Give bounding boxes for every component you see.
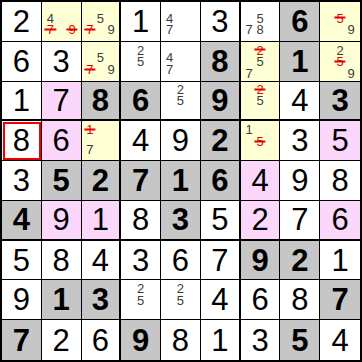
cell-r7c8[interactable]: 2 [280, 241, 320, 281]
candidate-eliminated: 9 [68, 23, 75, 36]
cell-r1c3[interactable]: 579 [82, 2, 122, 42]
solved-digit: 1 [92, 204, 109, 235]
cell-r5c6[interactable]: 6 [201, 161, 241, 201]
candidate: 7 [86, 143, 93, 156]
solved-digit: 8 [132, 204, 149, 235]
solved-digit: 6 [13, 46, 30, 77]
given-digit: 3 [331, 85, 348, 116]
given-digit: 6 [211, 165, 228, 196]
cell-r6c3[interactable]: 1 [82, 201, 122, 241]
cell-r7c9[interactable]: 1 [320, 241, 360, 281]
given-digit: 9 [211, 85, 228, 116]
cell-r7c2[interactable]: 8 [42, 241, 82, 281]
cell-r6c6[interactable]: 5 [201, 201, 241, 241]
cell-r9c9[interactable]: 4 [320, 320, 360, 360]
solved-digit: 8 [172, 325, 189, 356]
given-digit: 9 [251, 245, 268, 276]
cell-r1c9[interactable]: 59 [320, 2, 360, 42]
cell-r7c3[interactable]: 4 [82, 241, 122, 281]
cell-r2c1[interactable]: 6 [2, 42, 42, 82]
candidate-eliminated: 5 [336, 55, 343, 68]
candidate: 5 [256, 55, 263, 68]
candidate: 8 [256, 23, 263, 36]
cell-r8c8[interactable]: 8 [280, 280, 320, 320]
candidate-eliminated: 7 [86, 23, 93, 36]
cell-r3c8[interactable]: 4 [280, 82, 320, 122]
candidate-eliminated: 5 [256, 134, 263, 147]
cell-r5c9[interactable]: 8 [320, 161, 360, 201]
solved-digit: 7 [53, 85, 70, 116]
candidate-eliminated: 5 [336, 11, 343, 24]
given-digit: 7 [331, 284, 348, 315]
cell-r2c6[interactable]: 8 [201, 42, 241, 82]
cell-r8c1[interactable]: 9 [2, 280, 42, 320]
cell-r6c1[interactable]: 4 [2, 201, 42, 241]
cell-r1c6[interactable]: 3 [201, 2, 241, 42]
candidate-eliminated: 7 [47, 23, 54, 36]
cell-r9c5[interactable]: 8 [161, 320, 201, 360]
given-digit: 5 [291, 325, 308, 356]
cell-r1c1[interactable]: 2 [2, 2, 42, 42]
given-digit: 1 [291, 46, 308, 77]
solved-digit: 3 [13, 165, 30, 196]
cell-r3c3[interactable]: 8 [82, 82, 122, 122]
solved-digit: 4 [132, 125, 149, 156]
solved-digit: 6 [92, 325, 109, 356]
given-digit: 9 [132, 325, 149, 356]
cell-r8c9[interactable]: 7 [320, 280, 360, 320]
given-digit: 8 [211, 46, 228, 77]
sudoku-board: 2479579147357865963579254782571259178625… [0, 0, 362, 362]
cell-r5c4[interactable]: 7 [121, 161, 161, 201]
cell-r6c5[interactable]: 3 [161, 201, 201, 241]
cell-r1c4[interactable]: 1 [121, 2, 161, 42]
cell-r7c7[interactable]: 9 [241, 241, 281, 281]
candidate: 5 [256, 94, 263, 107]
candidate: 1 [246, 123, 253, 136]
cell-r5c3[interactable]: 2 [82, 161, 122, 201]
solved-digit: 1 [331, 245, 348, 276]
solved-digit: 4 [251, 165, 268, 196]
cell-r7c1[interactable]: 5 [2, 241, 42, 281]
solved-digit: 5 [331, 125, 348, 156]
cell-r4c2[interactable]: 6 [42, 121, 82, 161]
solved-digit: 9 [291, 165, 308, 196]
solved-digit: 2 [13, 6, 30, 37]
given-digit: 7 [132, 165, 149, 196]
cell-r2c8[interactable]: 1 [280, 42, 320, 82]
solved-digit: 1 [211, 325, 228, 356]
solved-digit: 8 [331, 165, 348, 196]
given-digit: 2 [211, 125, 228, 156]
solved-digit: 6 [251, 284, 268, 315]
solved-digit: 9 [172, 125, 189, 156]
solved-digit: 8 [53, 245, 70, 276]
cell-r5c2[interactable]: 5 [42, 161, 82, 201]
cell-r4c6[interactable]: 2 [201, 121, 241, 161]
candidate: 5 [137, 55, 144, 68]
solved-digit: 6 [331, 204, 348, 235]
cell-r8c3[interactable]: 3 [82, 280, 122, 320]
cell-r3c7[interactable]: 25 [241, 82, 281, 122]
cell-r5c1[interactable]: 3 [2, 161, 42, 201]
candidate: 7 [246, 23, 253, 36]
candidate: 9 [107, 23, 114, 36]
cell-r9c2[interactable]: 2 [42, 320, 82, 360]
given-digit: 5 [53, 165, 70, 196]
cell-r8c2[interactable]: 1 [42, 280, 82, 320]
cell-r2c2[interactable]: 3 [42, 42, 82, 82]
cell-r3c1[interactable]: 1 [2, 82, 42, 122]
solved-digit: 2 [53, 325, 70, 356]
cell-r7c6[interactable]: 7 [201, 241, 241, 281]
cell-r4c8[interactable]: 3 [280, 121, 320, 161]
candidate: 7 [166, 62, 173, 75]
solved-digit: 5 [211, 204, 228, 235]
solved-digit: 3 [211, 6, 228, 37]
given-digit: 1 [172, 165, 189, 196]
cell-r5c7[interactable]: 4 [241, 161, 281, 201]
cell-r8c6[interactable]: 4 [201, 280, 241, 320]
solved-digit: 7 [291, 204, 308, 235]
cell-r3c5[interactable]: 25 [161, 82, 201, 122]
solved-digit: 4 [291, 85, 308, 116]
candidate: 7 [246, 66, 253, 79]
cell-r2c7[interactable]: 257 [241, 42, 281, 82]
cell-r2c9[interactable]: 259 [320, 42, 360, 82]
cell-r2c3[interactable]: 579 [82, 42, 122, 82]
solved-digit: 1 [13, 85, 30, 116]
candidate: 5 [97, 11, 104, 24]
cell-r4c7[interactable]: 15 [241, 121, 281, 161]
candidate: 5 [97, 51, 104, 64]
given-digit: 7 [13, 325, 30, 356]
solved-digit: 1 [132, 6, 149, 37]
cell-r8c4[interactable]: 25 [121, 280, 161, 320]
solved-digit: 3 [251, 325, 268, 356]
cell-r1c2[interactable]: 479 [42, 2, 82, 42]
candidate-eliminated: 1 [86, 123, 93, 136]
cell-r4c5[interactable]: 9 [161, 121, 201, 161]
cell-r9c1[interactable]: 7 [2, 320, 42, 360]
given-digit: 6 [132, 85, 149, 116]
cell-r4c4[interactable]: 4 [121, 121, 161, 161]
cell-r8c5[interactable]: 25 [161, 280, 201, 320]
candidate: 7 [166, 23, 173, 36]
given-digit: 1 [53, 284, 70, 315]
cell-r3c2[interactable]: 7 [42, 82, 82, 122]
cell-r6c8[interactable]: 7 [280, 201, 320, 241]
cell-r1c7[interactable]: 578 [241, 2, 281, 42]
cell-r8c7[interactable]: 6 [241, 280, 281, 320]
cell-r6c9[interactable]: 6 [320, 201, 360, 241]
cell-r5c8[interactable]: 9 [280, 161, 320, 201]
cell-r6c7[interactable]: 2 [241, 201, 281, 241]
cell-r9c8[interactable]: 5 [280, 320, 320, 360]
cell-r9c4[interactable]: 9 [121, 320, 161, 360]
cell-r9c3[interactable]: 6 [82, 320, 122, 360]
cell-r4c1[interactable]: 8 [2, 121, 42, 161]
cell-r2c4[interactable]: 25 [121, 42, 161, 82]
cell-r2c5[interactable]: 47 [161, 42, 201, 82]
cell-r6c4[interactable]: 8 [121, 201, 161, 241]
solved-digit: 3 [291, 125, 308, 156]
solved-digit: 6 [53, 125, 70, 156]
cell-r3c6[interactable]: 9 [201, 82, 241, 122]
solved-digit: 8 [291, 284, 308, 315]
given-digit: 3 [172, 204, 189, 235]
cell-r7c4[interactable]: 3 [121, 241, 161, 281]
solved-digit: 8 [13, 125, 30, 156]
solved-digit: 4 [331, 325, 348, 356]
solved-digit: 2 [251, 204, 268, 235]
cell-r9c6[interactable]: 1 [201, 320, 241, 360]
given-digit: 2 [92, 165, 109, 196]
cell-r9c7[interactable]: 3 [241, 320, 281, 360]
solved-digit: 9 [13, 284, 30, 315]
solved-digit: 5 [13, 245, 30, 276]
given-digit: 3 [92, 284, 109, 315]
cell-r4c3[interactable]: 17 [82, 121, 122, 161]
cell-r4c9[interactable]: 5 [320, 121, 360, 161]
cell-r7c5[interactable]: 6 [161, 241, 201, 281]
solved-digit: 4 [211, 284, 228, 315]
cell-r3c4[interactable]: 6 [121, 82, 161, 122]
cell-r5c5[interactable]: 1 [161, 161, 201, 201]
solved-digit: 9 [53, 204, 70, 235]
solved-digit: 3 [53, 46, 70, 77]
solved-digit: 7 [211, 245, 228, 276]
solved-digit: 4 [92, 245, 109, 276]
solved-digit: 3 [132, 245, 149, 276]
given-digit: 4 [13, 204, 30, 235]
cell-r6c2[interactable]: 9 [42, 201, 82, 241]
given-digit: 6 [291, 6, 308, 37]
candidate-eliminated: 7 [86, 62, 93, 75]
given-digit: 2 [291, 245, 308, 276]
cell-r1c8[interactable]: 6 [280, 2, 320, 42]
cell-r1c5[interactable]: 47 [161, 2, 201, 42]
candidate: 9 [348, 23, 355, 36]
candidate: 5 [177, 293, 184, 306]
cell-r3c9[interactable]: 3 [320, 82, 360, 122]
candidate: 5 [177, 94, 184, 107]
given-digit: 8 [92, 85, 109, 116]
candidate: 5 [137, 293, 144, 306]
solved-digit: 6 [172, 245, 189, 276]
candidate: 9 [107, 62, 114, 75]
candidate: 9 [348, 66, 355, 79]
